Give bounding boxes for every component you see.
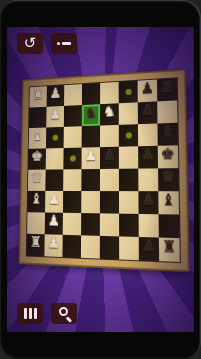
square-c6[interactable] (119, 191, 139, 214)
black-rook: ♜ (160, 79, 174, 95)
square-b6[interactable] (119, 214, 139, 237)
white-rook: ♜ (29, 234, 42, 249)
square-b5[interactable] (100, 213, 119, 236)
white-bishop: ♝ (31, 128, 43, 143)
black-pawn: ♟ (140, 80, 154, 96)
square-b2[interactable]: ♟ (45, 213, 63, 235)
square-a5[interactable] (100, 236, 119, 260)
white-pawn: ♟ (47, 213, 60, 228)
chess-board[interactable]: ♜♟♟♜♟♞♞♟♝♝♚♟♟♟♚♛♛♝♟♟♝♟♜♟♟♜ (26, 77, 181, 263)
square-f6[interactable] (119, 124, 138, 147)
moves-list-button[interactable] (51, 33, 77, 54)
square-e7[interactable]: ♟ (138, 146, 158, 169)
legal-move-dot[interactable] (70, 156, 76, 162)
square-h8[interactable]: ♜ (157, 78, 177, 101)
square-c3[interactable] (63, 191, 81, 213)
magnifier-icon (58, 307, 71, 320)
square-d8[interactable]: ♛ (158, 168, 179, 191)
square-b8[interactable] (159, 214, 180, 238)
square-e2[interactable] (46, 148, 64, 170)
black-king: ♚ (161, 146, 175, 162)
square-h3[interactable] (64, 84, 82, 106)
square-h1[interactable]: ♜ (29, 86, 46, 107)
undo-button[interactable]: ↺ (17, 33, 43, 54)
legal-move-dot[interactable] (125, 132, 131, 138)
square-c2[interactable]: ♟ (45, 191, 63, 213)
phone-frame: ↺ ♜♟♟♜♟♞♞♟♝♝♚♟♟♟♚♛♛♝♟♟♝♟♜♟♟♜ (0, 0, 201, 359)
square-f8[interactable]: ♝ (158, 123, 178, 146)
square-h7[interactable]: ♟ (138, 80, 158, 103)
square-b1[interactable] (27, 212, 45, 234)
search-button[interactable] (51, 303, 77, 324)
square-d4[interactable] (81, 169, 100, 191)
board-wooden-frame: ♜♟♟♜♟♞♞♟♝♝♚♟♟♟♚♛♛♝♟♟♝♟♜♟♟♜ (18, 69, 190, 273)
square-a3[interactable] (62, 235, 81, 258)
black-pawn: ♟ (141, 146, 155, 162)
white-pawn: ♟ (47, 235, 60, 250)
dot-dash-icon (57, 42, 71, 45)
square-f7[interactable] (138, 123, 158, 146)
square-a2[interactable]: ♟ (44, 234, 62, 257)
square-f4[interactable] (82, 126, 100, 148)
square-d6[interactable] (119, 169, 139, 192)
board-3d-wrapper: ♜♟♟♜♟♞♞♟♝♝♚♟♟♟♚♛♛♝♟♟♝♟♜♟♟♜ (18, 69, 190, 273)
legal-move-dot[interactable] (125, 89, 131, 95)
square-g1[interactable] (29, 107, 46, 128)
black-pawn: ♟ (103, 147, 116, 162)
white-pawn: ♟ (49, 86, 62, 101)
square-h6[interactable] (119, 81, 138, 104)
white-bishop: ♝ (30, 191, 43, 206)
square-c1[interactable]: ♝ (27, 191, 45, 213)
black-pawn: ♟ (141, 102, 155, 118)
square-e4[interactable]: ♟ (81, 147, 100, 169)
three-bars-icon (24, 308, 37, 319)
square-h2[interactable]: ♟ (47, 85, 65, 107)
square-h4[interactable] (82, 83, 100, 105)
white-queen: ♛ (31, 170, 44, 185)
square-g5[interactable]: ♞ (100, 103, 119, 125)
square-g6[interactable] (119, 102, 138, 125)
square-e5[interactable]: ♟ (100, 147, 119, 169)
chess-app-screen: ↺ ♜♟♟♜♟♞♞♟♝♝♚♟♟♟♚♛♛♝♟♟♝♟♜♟♟♜ (7, 27, 194, 332)
black-rook: ♜ (162, 238, 177, 255)
white-pawn: ♟ (84, 148, 97, 163)
square-e3[interactable] (63, 148, 81, 170)
square-a7[interactable]: ♟ (139, 237, 159, 261)
square-g4[interactable]: ♞ (82, 104, 100, 126)
square-g3[interactable] (64, 105, 82, 127)
square-g7[interactable]: ♟ (138, 101, 158, 124)
square-f3[interactable] (64, 126, 82, 148)
square-g8[interactable] (157, 100, 177, 123)
square-g2[interactable]: ♟ (46, 106, 64, 128)
square-e8[interactable]: ♚ (158, 145, 179, 168)
square-b4[interactable] (81, 213, 100, 236)
white-knight: ♞ (103, 104, 116, 119)
square-c4[interactable] (81, 191, 100, 213)
square-f2[interactable] (46, 127, 64, 149)
black-knight: ♞ (84, 105, 97, 120)
white-pawn: ♟ (48, 191, 61, 206)
square-c5[interactable] (100, 191, 119, 214)
square-c8[interactable]: ♝ (158, 191, 179, 214)
square-b3[interactable] (63, 213, 82, 236)
black-pawn: ♟ (141, 192, 155, 208)
square-d7[interactable] (138, 168, 158, 191)
black-bishop: ♝ (161, 192, 176, 208)
square-b7[interactable] (139, 214, 159, 238)
square-d5[interactable] (100, 169, 119, 191)
white-rook: ♜ (32, 87, 44, 102)
square-e1[interactable]: ♚ (28, 148, 46, 169)
undo-rotate-icon: ↺ (24, 36, 37, 51)
square-a1[interactable]: ♜ (27, 234, 45, 257)
black-bishop: ♝ (160, 123, 174, 139)
square-a8[interactable]: ♜ (159, 238, 180, 262)
white-pawn: ♟ (49, 107, 62, 122)
square-c7[interactable]: ♟ (138, 191, 158, 214)
square-e6[interactable] (119, 146, 138, 169)
white-king: ♚ (31, 149, 43, 164)
square-d1[interactable]: ♛ (28, 170, 46, 191)
square-f1[interactable]: ♝ (29, 127, 47, 148)
legal-move-dot[interactable] (52, 135, 58, 141)
square-d2[interactable] (45, 169, 63, 191)
square-f5[interactable] (100, 125, 119, 147)
square-h5[interactable] (100, 82, 119, 104)
square-a4[interactable] (81, 235, 100, 258)
black-queen: ♛ (161, 169, 176, 185)
square-a6[interactable] (119, 236, 139, 260)
square-d3[interactable] (63, 169, 81, 191)
black-pawn: ♟ (142, 238, 156, 254)
level-button[interactable] (17, 303, 43, 324)
